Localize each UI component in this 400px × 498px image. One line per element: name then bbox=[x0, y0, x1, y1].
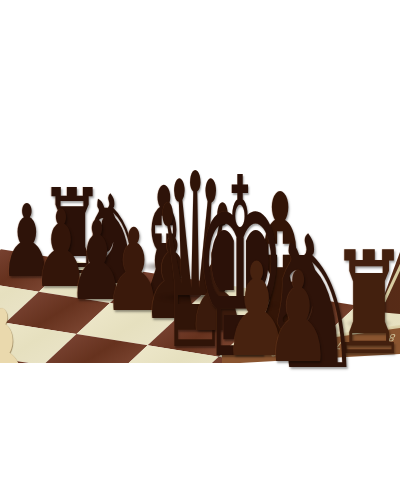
product-photo-scene: 678♟ ♜♟♞♟♝♟♟♟♛♝♟♚♜♟♞♟ bbox=[0, 0, 400, 498]
black-pawn-8: ♟ bbox=[264, 255, 331, 380]
white-pawn-partial: ♟ bbox=[0, 295, 33, 363]
